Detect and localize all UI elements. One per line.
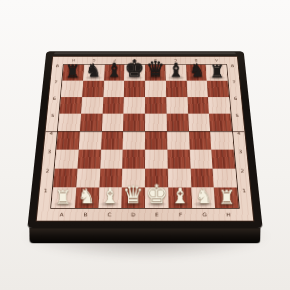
file-labels-bottom: ABCDEFGH bbox=[49, 209, 241, 221]
piece-contact-shadow bbox=[77, 201, 97, 207]
square-g4 bbox=[189, 131, 212, 149]
coordinate-label: A bbox=[206, 59, 227, 62]
square-d5 bbox=[123, 114, 145, 132]
square-g5 bbox=[188, 114, 211, 132]
piece-contact-shadow bbox=[188, 75, 206, 80]
coordinate-label: 8 bbox=[55, 64, 60, 80]
square-g7 bbox=[186, 81, 208, 97]
square-h1: ♜ bbox=[214, 188, 239, 208]
coordinate-label: E bbox=[145, 212, 169, 217]
coordinate-label: C bbox=[97, 212, 121, 217]
coordinate-label: C bbox=[165, 59, 186, 62]
piece-contact-shadow bbox=[100, 201, 120, 207]
square-f1: ♝ bbox=[168, 188, 192, 208]
square-e1: ♚ bbox=[145, 188, 168, 208]
square-f5 bbox=[166, 114, 188, 132]
square-h3 bbox=[211, 149, 235, 168]
square-b3 bbox=[77, 149, 100, 168]
square-c4 bbox=[101, 131, 124, 149]
square-d3 bbox=[122, 149, 145, 168]
coordinate-label: G bbox=[193, 212, 217, 217]
square-b6 bbox=[81, 97, 103, 114]
board-fold-hinge-line bbox=[45, 131, 244, 132]
square-d7 bbox=[124, 81, 145, 97]
coordinate-label: D bbox=[145, 59, 165, 62]
square-f2 bbox=[168, 168, 191, 188]
square-g6 bbox=[187, 97, 209, 114]
square-h5 bbox=[209, 114, 232, 132]
square-a4 bbox=[56, 131, 79, 149]
square-a7 bbox=[61, 81, 83, 97]
piece-contact-shadow bbox=[208, 75, 226, 80]
piece-contact-shadow bbox=[64, 75, 82, 80]
square-f6 bbox=[166, 97, 188, 114]
square-a8: ♜ bbox=[62, 65, 84, 81]
square-b2 bbox=[76, 168, 100, 188]
square-a2 bbox=[53, 168, 77, 188]
square-b8: ♞ bbox=[83, 65, 104, 81]
square-e8: ♛ bbox=[145, 65, 166, 81]
coordinate-label: F bbox=[104, 59, 125, 62]
coordinate-label: G bbox=[84, 59, 105, 62]
square-b4 bbox=[79, 131, 102, 149]
piece-contact-shadow bbox=[217, 201, 237, 207]
frame-gloss-highlight bbox=[54, 52, 236, 54]
square-c8: ♝ bbox=[104, 65, 125, 81]
piece-contact-shadow bbox=[147, 201, 167, 207]
coordinate-label: 4 bbox=[237, 131, 242, 149]
piece-contact-shadow bbox=[85, 75, 103, 80]
square-g1: ♞ bbox=[191, 188, 215, 208]
square-c1: ♝ bbox=[98, 188, 122, 208]
square-f7 bbox=[166, 81, 187, 97]
square-h6 bbox=[208, 97, 230, 114]
square-h8: ♜ bbox=[206, 65, 228, 81]
square-a5 bbox=[58, 114, 81, 132]
coordinate-label: 4 bbox=[48, 131, 53, 149]
square-b7 bbox=[82, 81, 104, 97]
square-c5 bbox=[101, 114, 123, 132]
file-labels-top: ABCDEFGH bbox=[63, 57, 227, 64]
square-d4 bbox=[123, 131, 145, 149]
piece-contact-shadow bbox=[193, 201, 213, 207]
coordinate-label: 5 bbox=[235, 114, 240, 132]
square-d8: ♚ bbox=[124, 65, 145, 81]
coordinate-label: E bbox=[125, 59, 145, 62]
piece-contact-shadow bbox=[147, 75, 164, 80]
piece-contact-shadow bbox=[167, 75, 184, 80]
square-g2 bbox=[190, 168, 214, 188]
square-c6 bbox=[102, 97, 124, 114]
coordinate-label: 7 bbox=[53, 80, 58, 96]
coordinate-label: 7 bbox=[232, 80, 237, 96]
board-border-area: ABCDEFGH ABCDEFGH 12345678 12345678 ♜♞♝♚… bbox=[36, 56, 255, 221]
square-g3 bbox=[189, 149, 212, 168]
square-c2 bbox=[99, 168, 122, 188]
square-h2 bbox=[213, 168, 237, 188]
product-photo-stage: ABCDEFGH ABCDEFGH 12345678 12345678 ♜♞♝♚… bbox=[0, 0, 290, 290]
square-c3 bbox=[100, 149, 123, 168]
square-b1: ♞ bbox=[75, 188, 99, 208]
square-f3 bbox=[167, 149, 190, 168]
coordinate-label: 6 bbox=[234, 97, 239, 114]
piece-contact-shadow bbox=[123, 201, 143, 207]
square-e5 bbox=[145, 114, 167, 132]
square-d1: ♛ bbox=[122, 188, 145, 208]
piece-contact-shadow bbox=[170, 201, 190, 207]
square-b5 bbox=[80, 114, 103, 132]
coordinate-label: F bbox=[169, 212, 193, 217]
board-box-side bbox=[29, 227, 260, 243]
coordinate-label: 6 bbox=[51, 97, 56, 114]
coordinate-label: 3 bbox=[46, 150, 51, 169]
coordinate-label: A bbox=[49, 212, 73, 217]
coordinate-label: B bbox=[73, 212, 97, 217]
square-d6 bbox=[124, 97, 145, 114]
coordinate-label: 2 bbox=[44, 169, 49, 189]
piece-contact-shadow bbox=[53, 201, 73, 207]
piece-contact-shadow bbox=[105, 75, 122, 80]
chess-board-grid: ♜♞♝♚♛♝♞♜♜♞♝♛♚♝♞♜ bbox=[50, 64, 240, 209]
chess-set-scene: ABCDEFGH ABCDEFGH 12345678 12345678 ♜♞♝♚… bbox=[23, 10, 267, 254]
square-c7 bbox=[103, 81, 124, 97]
square-h7 bbox=[207, 81, 229, 97]
coordinate-label: 2 bbox=[240, 169, 245, 189]
square-f8: ♝ bbox=[165, 65, 186, 81]
square-a6 bbox=[59, 97, 81, 114]
square-a3 bbox=[55, 149, 79, 168]
coordinate-label: H bbox=[216, 212, 240, 217]
coordinate-label: 1 bbox=[42, 188, 48, 209]
square-a1: ♜ bbox=[51, 188, 76, 208]
square-g8: ♞ bbox=[186, 65, 207, 81]
coordinate-label: 5 bbox=[50, 114, 55, 132]
square-e3 bbox=[145, 149, 168, 168]
piece-contact-shadow bbox=[126, 75, 143, 80]
square-e2 bbox=[145, 168, 168, 188]
square-h4 bbox=[210, 131, 233, 149]
square-e6 bbox=[145, 97, 166, 114]
folding-chess-board: ABCDEFGH ABCDEFGH 12345678 12345678 ♜♞♝♚… bbox=[27, 51, 262, 228]
coordinate-label: 8 bbox=[231, 64, 236, 80]
square-e4 bbox=[145, 131, 167, 149]
coordinate-label: 1 bbox=[242, 188, 248, 209]
square-d2 bbox=[122, 168, 145, 188]
square-e7 bbox=[145, 81, 166, 97]
coordinate-label: B bbox=[186, 59, 207, 62]
coordinate-label: H bbox=[63, 59, 84, 62]
coordinate-label: 3 bbox=[239, 150, 244, 169]
square-f4 bbox=[167, 131, 190, 149]
coordinate-label: D bbox=[121, 212, 145, 217]
